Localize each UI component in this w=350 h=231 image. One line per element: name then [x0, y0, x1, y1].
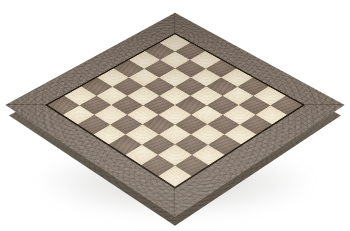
product-photo-stage: [0, 0, 350, 231]
